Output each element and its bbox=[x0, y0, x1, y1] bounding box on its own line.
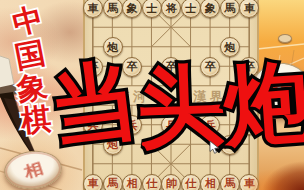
piece-black-chariot[interactable]: 車 bbox=[83, 0, 103, 18]
piece-black-elephant[interactable]: 象 bbox=[122, 0, 142, 18]
piece-red-elephant[interactable]: 相 bbox=[122, 174, 142, 191]
piece-red-general[interactable]: 帥 bbox=[161, 174, 181, 191]
main-title-char-3: 炮 bbox=[221, 57, 304, 151]
piece-black-elephant[interactable]: 象 bbox=[200, 0, 220, 18]
piece-black-advisor[interactable]: 士 bbox=[181, 0, 201, 18]
piece-black-horse[interactable]: 馬 bbox=[103, 0, 123, 18]
piece-black-horse[interactable]: 馬 bbox=[220, 0, 240, 18]
piece-red-horse[interactable]: 馬 bbox=[220, 174, 240, 191]
piece-black-general[interactable]: 将 bbox=[161, 0, 181, 18]
main-title-char-1: 当 bbox=[45, 55, 143, 153]
piece-red-chariot[interactable]: 車 bbox=[239, 174, 259, 191]
side-title-char-4: 棋 bbox=[20, 104, 53, 137]
piece-red-advisor[interactable]: 仕 bbox=[181, 174, 201, 191]
mouse-cursor-icon bbox=[209, 141, 221, 155]
piece-red-chariot[interactable]: 車 bbox=[83, 174, 103, 191]
main-title: 当 头 炮 bbox=[50, 60, 304, 148]
piece-black-advisor[interactable]: 士 bbox=[142, 0, 162, 18]
main-title-char-2: 头 bbox=[136, 61, 227, 152]
piece-red-elephant[interactable]: 相 bbox=[200, 174, 220, 191]
decor-piece-bottom-left-char: 相 bbox=[21, 157, 46, 183]
piece-black-chariot[interactable]: 車 bbox=[239, 0, 259, 18]
thumbnail: 楚河 漢界 車馬象士将士象馬車炮炮卒卒卒卒卒兵兵兵兵兵炮炮車馬相仕帥仕相馬車 相… bbox=[0, 0, 304, 190]
piece-red-advisor[interactable]: 仕 bbox=[142, 174, 162, 191]
distant-piece bbox=[278, 34, 292, 43]
piece-red-horse[interactable]: 馬 bbox=[103, 174, 123, 191]
